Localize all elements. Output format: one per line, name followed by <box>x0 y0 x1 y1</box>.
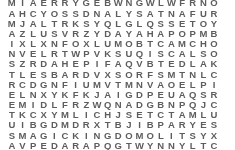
grid-cell[interactable]: G <box>38 130 49 140</box>
grid-cell[interactable]: S <box>81 18 92 28</box>
grid-cell[interactable]: T <box>102 120 113 130</box>
grid-cell[interactable]: C <box>209 69 220 79</box>
grid-cell[interactable]: I <box>49 130 60 140</box>
grid-cell[interactable]: A <box>7 140 18 150</box>
grid-cell[interactable]: N <box>92 8 103 18</box>
grid-cell[interactable]: M <box>7 18 18 28</box>
grid-cell[interactable]: N <box>155 140 166 150</box>
grid-cell[interactable]: N <box>187 69 198 79</box>
grid-cell[interactable]: W <box>145 0 156 8</box>
grid-cell[interactable]: R <box>81 120 92 130</box>
grid-cell[interactable]: Y <box>124 8 135 18</box>
grid-cell[interactable]: R <box>49 0 60 8</box>
grid-cell[interactable]: P <box>92 140 103 150</box>
grid-cell[interactable]: E <box>198 120 209 130</box>
grid-cell[interactable]: Y <box>209 18 220 28</box>
grid-cell[interactable]: K <box>209 59 220 69</box>
grid-cell[interactable]: O <box>145 130 156 140</box>
grid-cell[interactable]: D <box>49 120 60 130</box>
grid-cell[interactable]: T <box>155 59 166 69</box>
grid-cell[interactable]: C <box>209 140 220 150</box>
grid-cell[interactable]: F <box>145 69 156 79</box>
grid-cell[interactable]: B <box>145 120 156 130</box>
grid-cell[interactable]: N <box>124 0 135 8</box>
grid-cell[interactable]: M <box>17 130 28 140</box>
grid-cell[interactable]: I <box>81 130 92 140</box>
grid-cell[interactable]: L <box>134 18 145 28</box>
grid-cell[interactable]: H <box>60 59 71 69</box>
grid-cell[interactable]: O <box>124 69 135 79</box>
grid-cell[interactable]: T <box>124 140 135 150</box>
grid-cell[interactable]: Y <box>92 18 103 28</box>
grid-cell[interactable]: N <box>166 8 177 18</box>
grid-cell[interactable]: E <box>38 0 49 8</box>
grid-cell[interactable]: T <box>177 130 188 140</box>
grid-cell[interactable]: E <box>70 59 81 69</box>
grid-cell[interactable]: E <box>177 18 188 28</box>
grid-cell[interactable]: P <box>81 59 92 69</box>
grid-cell[interactable]: G <box>113 140 124 150</box>
grid-cell[interactable]: A <box>81 140 92 150</box>
grid-cell[interactable]: R <box>70 69 81 79</box>
grid-cell[interactable]: E <box>166 59 177 69</box>
grid-cell[interactable]: O <box>209 0 220 8</box>
grid-cell[interactable]: D <box>113 130 124 140</box>
grid-cell[interactable]: K <box>70 130 81 140</box>
grid-cell[interactable]: E <box>92 0 103 8</box>
grid-cell[interactable]: S <box>7 130 18 140</box>
grid-cell[interactable]: S <box>70 8 81 18</box>
grid-cell[interactable]: A <box>28 130 39 140</box>
grid-cell[interactable]: S <box>60 8 71 18</box>
grid-cell[interactable]: D <box>38 59 49 69</box>
grid-cell[interactable]: X <box>92 120 103 130</box>
grid-cell[interactable]: I <box>134 120 145 130</box>
grid-cell[interactable]: J <box>17 18 28 28</box>
grid-cell[interactable]: P <box>155 120 166 130</box>
grid-cell[interactable]: P <box>28 140 39 150</box>
grid-cell[interactable]: L <box>113 18 124 28</box>
grid-cell[interactable]: E <box>28 69 39 79</box>
grid-cell[interactable]: L <box>155 130 166 140</box>
grid-cell[interactable]: M <box>7 0 18 8</box>
grid-cell[interactable]: Y <box>198 130 209 140</box>
grid-cell[interactable]: C <box>28 8 39 18</box>
grid-cell[interactable]: S <box>155 18 166 28</box>
grid-cell[interactable]: B <box>102 0 113 8</box>
grid-cell[interactable]: H <box>17 8 28 18</box>
grid-cell[interactable]: A <box>60 140 71 150</box>
grid-cell[interactable]: L <box>198 69 209 79</box>
grid-cell[interactable]: K <box>70 18 81 28</box>
grid-cell[interactable]: L <box>187 140 198 150</box>
word-search-grid: MIAERRYGEBWNGWLWFRNOAHCYOSSDNALYSATNAFUR… <box>7 0 220 150</box>
grid-cell[interactable]: L <box>17 69 28 79</box>
grid-cell[interactable]: J <box>124 120 135 130</box>
grid-cell[interactable]: A <box>177 8 188 18</box>
grid-cell[interactable]: N <box>198 0 209 8</box>
grid-cell[interactable]: S <box>7 59 18 69</box>
grid-cell[interactable]: U <box>198 8 209 18</box>
grid-cell[interactable]: A <box>166 120 177 130</box>
grid-cell[interactable]: L <box>187 59 198 69</box>
grid-cell[interactable]: Y <box>177 140 188 150</box>
grid-cell[interactable]: T <box>198 140 209 150</box>
grid-cell[interactable]: V <box>17 140 28 150</box>
grid-cell[interactable]: R <box>60 0 71 8</box>
grid-cell[interactable]: R <box>134 69 145 79</box>
grid-cell[interactable]: L <box>155 0 166 8</box>
grid-cell[interactable]: O <box>124 130 135 140</box>
grid-cell[interactable]: Y <box>145 140 156 150</box>
grid-cell[interactable]: S <box>166 18 177 28</box>
grid-cell[interactable]: N <box>92 130 103 140</box>
grid-cell[interactable]: B <box>145 59 156 69</box>
grid-cell[interactable]: X <box>209 130 220 140</box>
grid-cell[interactable]: S <box>113 69 124 79</box>
grid-cell[interactable]: T <box>187 18 198 28</box>
grid-cell[interactable]: B <box>49 69 60 79</box>
grid-cell[interactable]: B <box>28 120 39 130</box>
grid-cell[interactable]: Y <box>187 120 198 130</box>
grid-cell[interactable]: A <box>28 18 39 28</box>
grid-cell[interactable]: Y <box>70 0 81 8</box>
grid-cell[interactable]: Z <box>17 59 28 69</box>
grid-cell[interactable]: A <box>113 59 124 69</box>
grid-cell[interactable]: F <box>187 8 198 18</box>
grid-cell[interactable]: D <box>70 120 81 130</box>
grid-cell[interactable]: D <box>49 140 60 150</box>
grid-cell[interactable]: V <box>134 59 145 69</box>
grid-cell[interactable]: G <box>134 0 145 8</box>
grid-cell[interactable]: M <box>166 69 177 79</box>
grid-cell[interactable]: D <box>81 8 92 18</box>
grid-cell[interactable]: G <box>38 120 49 130</box>
grid-cell[interactable]: A <box>198 59 209 69</box>
grid-cell[interactable]: S <box>187 130 198 140</box>
grid-cell[interactable]: R <box>28 59 39 69</box>
grid-cell[interactable]: Q <box>102 140 113 150</box>
grid-cell[interactable]: T <box>49 18 60 28</box>
grid-cell[interactable]: V <box>92 69 103 79</box>
grid-cell[interactable]: O <box>49 8 60 18</box>
grid-cell[interactable]: A <box>7 8 18 18</box>
grid-cell[interactable]: R <box>70 140 81 150</box>
grid-cell[interactable]: R <box>187 0 198 8</box>
grid-cell[interactable]: D <box>81 69 92 79</box>
grid-cell[interactable]: B <box>113 120 124 130</box>
grid-cell[interactable]: G <box>81 0 92 8</box>
grid-cell[interactable]: R <box>177 120 188 130</box>
grid-cell[interactable]: E <box>38 140 49 150</box>
grid-cell[interactable]: Q <box>102 18 113 28</box>
grid-cell[interactable]: X <box>102 69 113 79</box>
grid-cell[interactable]: A <box>60 69 71 79</box>
grid-cell[interactable]: A <box>49 59 60 69</box>
grid-cell[interactable]: W <box>134 140 145 150</box>
grid-cell[interactable]: N <box>166 140 177 150</box>
grid-cell[interactable]: A <box>28 0 39 8</box>
grid-cell[interactable]: S <box>134 8 145 18</box>
grid-cell[interactable]: M <box>60 120 71 130</box>
grid-cell[interactable]: S <box>209 120 220 130</box>
grid-cell[interactable]: F <box>177 0 188 8</box>
grid-cell[interactable]: T <box>177 69 188 79</box>
grid-cell[interactable]: Y <box>38 8 49 18</box>
grid-cell[interactable]: A <box>145 8 156 18</box>
grid-cell[interactable]: A <box>102 8 113 18</box>
grid-cell[interactable]: F <box>102 59 113 69</box>
grid-cell[interactable]: T <box>7 69 18 79</box>
grid-cell[interactable]: L <box>38 18 49 28</box>
grid-cell[interactable]: R <box>209 8 220 18</box>
grid-cell[interactable]: R <box>60 18 71 28</box>
grid-cell[interactable]: I <box>166 130 177 140</box>
grid-cell[interactable]: W <box>113 0 124 8</box>
grid-cell[interactable]: I <box>17 120 28 130</box>
grid-cell[interactable]: D <box>177 59 188 69</box>
word-search-page: MIAERRYGEBWNGWLWFRNOAHCYOSSDNALYSATNAFUR… <box>0 0 235 150</box>
grid-cell[interactable]: S <box>155 69 166 79</box>
grid-cell[interactable]: M <box>134 130 145 140</box>
grid-cell[interactable]: L <box>113 8 124 18</box>
grid-cell[interactable]: U <box>7 120 18 130</box>
grid-cell[interactable]: C <box>60 130 71 140</box>
grid-cell[interactable]: I <box>92 59 103 69</box>
grid-cell[interactable]: G <box>124 18 135 28</box>
grid-cell[interactable]: O <box>198 18 209 28</box>
grid-cell[interactable]: G <box>102 130 113 140</box>
grid-cell[interactable]: T <box>155 8 166 18</box>
grid-cell[interactable]: Q <box>124 59 135 69</box>
grid-cell[interactable]: I <box>17 0 28 8</box>
grid-cell[interactable]: Q <box>145 18 156 28</box>
grid-cell[interactable]: W <box>166 0 177 8</box>
grid-cell[interactable]: S <box>38 69 49 79</box>
